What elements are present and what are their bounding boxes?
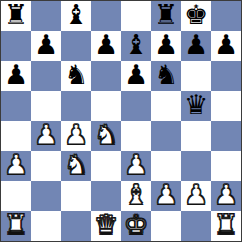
square-d2[interactable] [91,181,121,211]
square-e4[interactable] [121,121,151,151]
square-g6[interactable] [181,61,211,91]
square-b1[interactable] [31,211,61,241]
white-queen: ♛ [94,211,118,240]
square-g7[interactable]: ♟ [181,31,211,61]
black-knight: ♞ [154,61,178,90]
black-queen: ♛ [184,91,208,120]
square-h8[interactable] [211,1,241,31]
square-b6[interactable] [31,61,61,91]
square-f7[interactable]: ♟ [151,31,181,61]
square-a6[interactable]: ♟ [1,61,31,91]
square-h5[interactable] [211,91,241,121]
square-c6[interactable]: ♞ [61,61,91,91]
black-knight: ♞ [64,61,88,90]
square-c4[interactable]: ♟ [61,121,91,151]
square-d7[interactable]: ♟ [91,31,121,61]
square-h1[interactable]: ♜ [211,211,241,241]
black-pawn: ♟ [4,61,28,90]
black-king: ♚ [184,1,208,30]
square-a1[interactable]: ♜ [1,211,31,241]
white-pawn: ♟ [184,181,208,210]
square-d3[interactable] [91,151,121,181]
white-rook: ♜ [214,211,238,240]
white-pawn: ♟ [154,181,178,210]
black-pawn: ♟ [124,61,148,90]
square-h6[interactable] [211,61,241,91]
black-rook: ♜ [4,1,28,30]
square-b2[interactable] [31,181,61,211]
square-e3[interactable]: ♟ [121,151,151,181]
square-b3[interactable] [31,151,61,181]
square-c2[interactable] [61,181,91,211]
square-g1[interactable] [181,211,211,241]
square-h7[interactable]: ♟ [211,31,241,61]
square-f6[interactable]: ♞ [151,61,181,91]
square-c3[interactable]: ♞ [61,151,91,181]
white-pawn: ♟ [64,121,88,150]
square-d4[interactable]: ♞ [91,121,121,151]
square-e5[interactable] [121,91,151,121]
square-e7[interactable]: ♝ [121,31,151,61]
square-b5[interactable] [31,91,61,121]
black-pawn: ♟ [184,31,208,60]
black-pawn: ♟ [94,31,118,60]
square-e8[interactable] [121,1,151,31]
square-f2[interactable]: ♟ [151,181,181,211]
square-h4[interactable] [211,121,241,151]
black-bishop: ♝ [124,31,148,60]
square-h3[interactable] [211,151,241,181]
square-a7[interactable] [1,31,31,61]
square-g8[interactable]: ♚ [181,1,211,31]
white-knight: ♞ [94,121,118,150]
square-a5[interactable] [1,91,31,121]
white-pawn: ♟ [34,121,58,150]
square-h2[interactable]: ♟ [211,181,241,211]
square-b8[interactable] [31,1,61,31]
black-rook: ♜ [154,1,178,30]
white-pawn: ♟ [214,181,238,210]
square-d8[interactable] [91,1,121,31]
square-d5[interactable] [91,91,121,121]
square-b7[interactable]: ♟ [31,31,61,61]
square-a2[interactable] [1,181,31,211]
square-f1[interactable] [151,211,181,241]
square-c7[interactable] [61,31,91,61]
square-a3[interactable]: ♟ [1,151,31,181]
square-f5[interactable] [151,91,181,121]
square-f4[interactable] [151,121,181,151]
square-d6[interactable] [91,61,121,91]
square-g4[interactable] [181,121,211,151]
square-a4[interactable] [1,121,31,151]
black-pawn: ♟ [214,31,238,60]
white-king: ♚ [124,211,148,240]
square-c5[interactable] [61,91,91,121]
black-pawn: ♟ [34,31,58,60]
square-c8[interactable]: ♝ [61,1,91,31]
square-e2[interactable]: ♝ [121,181,151,211]
square-a8[interactable]: ♜ [1,1,31,31]
square-b4[interactable]: ♟ [31,121,61,151]
square-f8[interactable]: ♜ [151,1,181,31]
white-bishop: ♝ [124,181,148,210]
white-pawn: ♟ [124,151,148,180]
square-g3[interactable] [181,151,211,181]
square-e1[interactable]: ♚ [121,211,151,241]
square-d1[interactable]: ♛ [91,211,121,241]
black-bishop: ♝ [64,1,88,30]
square-g2[interactable]: ♟ [181,181,211,211]
chess-board-grid: ♜♝♜♚♟♟♝♟♟♟♟♞♟♞♛♟♟♞♟♞♟♝♟♟♟♜♛♚♜ [1,1,241,241]
chess-board: ♜♝♜♚♟♟♝♟♟♟♟♞♟♞♛♟♟♞♟♞♟♝♟♟♟♜♛♚♜ [0,0,242,242]
square-g5[interactable]: ♛ [181,91,211,121]
square-c1[interactable] [61,211,91,241]
white-pawn: ♟ [4,151,28,180]
square-f3[interactable] [151,151,181,181]
white-knight: ♞ [64,151,88,180]
black-pawn: ♟ [154,31,178,60]
white-rook: ♜ [4,211,28,240]
square-e6[interactable]: ♟ [121,61,151,91]
